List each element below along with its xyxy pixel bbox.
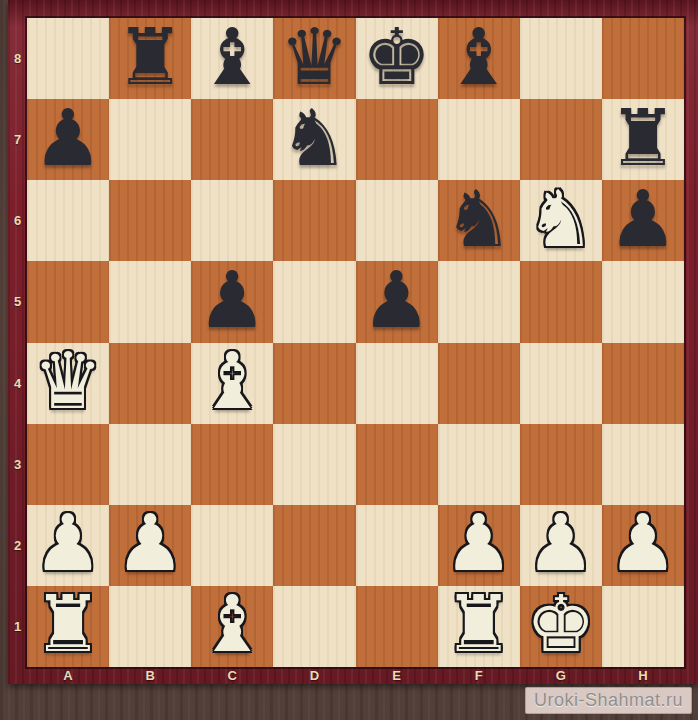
black-pawn: ♟ xyxy=(362,261,432,339)
square-b7[interactable] xyxy=(109,99,191,180)
square-f5[interactable] xyxy=(438,261,520,342)
square-a2[interactable]: ♟ xyxy=(27,505,109,586)
square-e2[interactable] xyxy=(356,505,438,586)
square-a8[interactable] xyxy=(27,18,109,99)
square-b5[interactable] xyxy=(109,261,191,342)
square-h3[interactable] xyxy=(602,424,684,505)
black-bishop: ♝ xyxy=(444,18,514,96)
square-a6[interactable] xyxy=(27,180,109,261)
square-d8[interactable]: ♛ xyxy=(273,18,355,99)
square-g4[interactable] xyxy=(520,343,602,424)
square-a4[interactable]: ♛ xyxy=(27,343,109,424)
square-g7[interactable] xyxy=(520,99,602,180)
square-a1[interactable]: ♜ xyxy=(27,586,109,667)
white-rook: ♜ xyxy=(33,586,103,664)
rank-labels: 87654321 xyxy=(8,18,27,667)
square-h7[interactable]: ♜ xyxy=(602,99,684,180)
square-f1[interactable]: ♜ xyxy=(438,586,520,667)
black-queen: ♛ xyxy=(279,18,349,96)
file-label: F xyxy=(438,667,520,684)
square-d2[interactable] xyxy=(273,505,355,586)
square-c4[interactable]: ♝ xyxy=(191,343,273,424)
black-knight: ♞ xyxy=(279,99,349,177)
white-knight: ♞ xyxy=(526,180,596,258)
square-e5[interactable]: ♟ xyxy=(356,261,438,342)
square-f6[interactable]: ♞ xyxy=(438,180,520,261)
square-d5[interactable] xyxy=(273,261,355,342)
file-labels: ABCDEFGH xyxy=(27,667,684,684)
white-pawn: ♟ xyxy=(33,505,103,583)
rank-label: 7 xyxy=(8,99,27,180)
square-h8[interactable] xyxy=(602,18,684,99)
rank-label: 4 xyxy=(8,343,27,424)
file-label: E xyxy=(356,667,438,684)
black-pawn: ♟ xyxy=(197,261,267,339)
black-rook: ♜ xyxy=(115,18,185,96)
square-c1[interactable]: ♝ xyxy=(191,586,273,667)
white-pawn: ♟ xyxy=(115,505,185,583)
file-label: G xyxy=(520,667,602,684)
square-f3[interactable] xyxy=(438,424,520,505)
white-king: ♚ xyxy=(526,586,596,664)
rank-label: 8 xyxy=(8,18,27,99)
square-g1[interactable]: ♚ xyxy=(520,586,602,667)
file-label: A xyxy=(27,667,109,684)
black-king: ♚ xyxy=(362,18,432,96)
square-c8[interactable]: ♝ xyxy=(191,18,273,99)
square-a7[interactable]: ♟ xyxy=(27,99,109,180)
square-h2[interactable]: ♟ xyxy=(602,505,684,586)
black-pawn: ♟ xyxy=(608,180,678,258)
square-b6[interactable] xyxy=(109,180,191,261)
square-e4[interactable] xyxy=(356,343,438,424)
square-f2[interactable]: ♟ xyxy=(438,505,520,586)
file-label: C xyxy=(191,667,273,684)
white-pawn: ♟ xyxy=(526,505,596,583)
square-h4[interactable] xyxy=(602,343,684,424)
square-d6[interactable] xyxy=(273,180,355,261)
square-b8[interactable]: ♜ xyxy=(109,18,191,99)
square-d1[interactable] xyxy=(273,586,355,667)
square-e3[interactable] xyxy=(356,424,438,505)
square-h5[interactable] xyxy=(602,261,684,342)
square-h6[interactable]: ♟ xyxy=(602,180,684,261)
rank-label: 1 xyxy=(8,586,27,667)
square-d3[interactable] xyxy=(273,424,355,505)
board: ♜♝♛♚♝♟♞♜♞♞♟♟♟♛♝♟♟♟♟♟♜♝♜♚ xyxy=(27,18,684,667)
rank-label: 2 xyxy=(8,505,27,586)
white-bishop: ♝ xyxy=(197,343,267,421)
square-h1[interactable] xyxy=(602,586,684,667)
square-d7[interactable]: ♞ xyxy=(273,99,355,180)
square-c6[interactable] xyxy=(191,180,273,261)
square-f4[interactable] xyxy=(438,343,520,424)
black-pawn: ♟ xyxy=(33,99,103,177)
square-c2[interactable] xyxy=(191,505,273,586)
watermark: Uroki-Shahmat.ru xyxy=(525,687,692,714)
white-rook: ♜ xyxy=(444,586,514,664)
rank-label: 6 xyxy=(8,180,27,261)
file-label: H xyxy=(602,667,684,684)
square-b2[interactable]: ♟ xyxy=(109,505,191,586)
square-g2[interactable]: ♟ xyxy=(520,505,602,586)
square-f7[interactable] xyxy=(438,99,520,180)
white-queen: ♛ xyxy=(33,343,103,421)
square-g8[interactable] xyxy=(520,18,602,99)
square-b4[interactable] xyxy=(109,343,191,424)
square-e6[interactable] xyxy=(356,180,438,261)
white-pawn: ♟ xyxy=(444,505,514,583)
board-frame: 87654321 ♜♝♛♚♝♟♞♜♞♞♟♟♟♛♝♟♟♟♟♟♜♝♜♚ ABCDEF… xyxy=(8,0,698,684)
square-d4[interactable] xyxy=(273,343,355,424)
file-label: D xyxy=(273,667,355,684)
square-e1[interactable] xyxy=(356,586,438,667)
white-bishop: ♝ xyxy=(197,586,267,664)
rank-label: 5 xyxy=(8,261,27,342)
square-g5[interactable] xyxy=(520,261,602,342)
square-c3[interactable] xyxy=(191,424,273,505)
square-b3[interactable] xyxy=(109,424,191,505)
square-e8[interactable]: ♚ xyxy=(356,18,438,99)
black-bishop: ♝ xyxy=(197,18,267,96)
square-e7[interactable] xyxy=(356,99,438,180)
black-knight: ♞ xyxy=(444,180,514,258)
square-g6[interactable]: ♞ xyxy=(520,180,602,261)
square-a5[interactable] xyxy=(27,261,109,342)
square-g3[interactable] xyxy=(520,424,602,505)
black-rook: ♜ xyxy=(608,99,678,177)
square-f8[interactable]: ♝ xyxy=(438,18,520,99)
square-a3[interactable] xyxy=(27,424,109,505)
rank-label: 3 xyxy=(8,424,27,505)
square-c5[interactable]: ♟ xyxy=(191,261,273,342)
square-c7[interactable] xyxy=(191,99,273,180)
white-pawn: ♟ xyxy=(608,505,678,583)
file-label: B xyxy=(109,667,191,684)
video-frame: 87654321 ♜♝♛♚♝♟♞♜♞♞♟♟♟♛♝♟♟♟♟♟♜♝♜♚ ABCDEF… xyxy=(0,0,698,720)
square-b1[interactable] xyxy=(109,586,191,667)
